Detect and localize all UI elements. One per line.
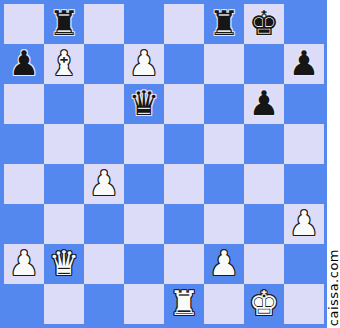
white-king[interactable]: ♚ bbox=[249, 284, 279, 323]
square-d5[interactable] bbox=[124, 124, 164, 164]
square-f2[interactable]: ♟ bbox=[204, 244, 244, 284]
square-a5[interactable] bbox=[4, 124, 44, 164]
square-f3[interactable] bbox=[204, 204, 244, 244]
square-e5[interactable] bbox=[164, 124, 204, 164]
black-king[interactable]: ♚ bbox=[249, 4, 279, 43]
chess-board: ♜♜♚♟♝♟♟♛♟♟♟♟♛♟♜♚ bbox=[4, 4, 324, 324]
side-strip: caissa.com bbox=[327, 0, 340, 328]
square-h8[interactable] bbox=[284, 4, 324, 44]
square-h4[interactable] bbox=[284, 164, 324, 204]
square-f7[interactable] bbox=[204, 44, 244, 84]
white-pawn[interactable]: ♟ bbox=[129, 44, 159, 83]
square-c4[interactable]: ♟ bbox=[84, 164, 124, 204]
square-h6[interactable] bbox=[284, 84, 324, 124]
square-h3[interactable]: ♟ bbox=[284, 204, 324, 244]
square-b3[interactable] bbox=[44, 204, 84, 244]
black-rook[interactable]: ♜ bbox=[209, 4, 239, 43]
square-e7[interactable] bbox=[164, 44, 204, 84]
white-rook[interactable]: ♜ bbox=[169, 284, 199, 323]
square-c2[interactable] bbox=[84, 244, 124, 284]
square-h2[interactable] bbox=[284, 244, 324, 284]
white-pawn[interactable]: ♟ bbox=[209, 244, 239, 283]
square-h7[interactable]: ♟ bbox=[284, 44, 324, 84]
square-a2[interactable]: ♟ bbox=[4, 244, 44, 284]
square-c6[interactable] bbox=[84, 84, 124, 124]
square-d1[interactable] bbox=[124, 284, 164, 324]
square-a1[interactable] bbox=[4, 284, 44, 324]
square-g1[interactable]: ♚ bbox=[244, 284, 284, 324]
square-a3[interactable] bbox=[4, 204, 44, 244]
square-b5[interactable] bbox=[44, 124, 84, 164]
square-g6[interactable]: ♟ bbox=[244, 84, 284, 124]
square-d3[interactable] bbox=[124, 204, 164, 244]
square-f8[interactable]: ♜ bbox=[204, 4, 244, 44]
black-pawn[interactable]: ♟ bbox=[289, 44, 319, 83]
square-c8[interactable] bbox=[84, 4, 124, 44]
square-e2[interactable] bbox=[164, 244, 204, 284]
square-c3[interactable] bbox=[84, 204, 124, 244]
square-a7[interactable]: ♟ bbox=[4, 44, 44, 84]
black-rook[interactable]: ♜ bbox=[49, 4, 79, 43]
square-g5[interactable] bbox=[244, 124, 284, 164]
square-f5[interactable] bbox=[204, 124, 244, 164]
square-f6[interactable] bbox=[204, 84, 244, 124]
square-e4[interactable] bbox=[164, 164, 204, 204]
white-queen[interactable]: ♛ bbox=[49, 244, 79, 283]
chess-diagram: ♜♜♚♟♝♟♟♛♟♟♟♟♛♟♜♚ caissa.com bbox=[0, 0, 340, 328]
square-h5[interactable] bbox=[284, 124, 324, 164]
square-b7[interactable]: ♝ bbox=[44, 44, 84, 84]
caissa-watermark: caissa.com bbox=[326, 249, 340, 328]
square-g4[interactable] bbox=[244, 164, 284, 204]
square-g8[interactable]: ♚ bbox=[244, 4, 284, 44]
square-f4[interactable] bbox=[204, 164, 244, 204]
square-d6[interactable]: ♛ bbox=[124, 84, 164, 124]
square-b6[interactable] bbox=[44, 84, 84, 124]
square-g2[interactable] bbox=[244, 244, 284, 284]
square-d8[interactable] bbox=[124, 4, 164, 44]
white-bishop[interactable]: ♝ bbox=[49, 44, 79, 83]
square-b4[interactable] bbox=[44, 164, 84, 204]
square-e6[interactable] bbox=[164, 84, 204, 124]
square-h1[interactable] bbox=[284, 284, 324, 324]
square-a6[interactable] bbox=[4, 84, 44, 124]
square-e8[interactable] bbox=[164, 4, 204, 44]
square-d2[interactable] bbox=[124, 244, 164, 284]
square-a4[interactable] bbox=[4, 164, 44, 204]
square-b8[interactable]: ♜ bbox=[44, 4, 84, 44]
square-d4[interactable] bbox=[124, 164, 164, 204]
black-pawn[interactable]: ♟ bbox=[249, 84, 279, 123]
square-b1[interactable] bbox=[44, 284, 84, 324]
white-pawn[interactable]: ♟ bbox=[9, 244, 39, 283]
black-queen[interactable]: ♛ bbox=[129, 84, 159, 123]
black-pawn[interactable]: ♟ bbox=[9, 44, 39, 83]
square-d7[interactable]: ♟ bbox=[124, 44, 164, 84]
board-border: ♜♜♚♟♝♟♟♛♟♟♟♟♛♟♜♚ bbox=[0, 0, 327, 328]
square-b2[interactable]: ♛ bbox=[44, 244, 84, 284]
white-pawn[interactable]: ♟ bbox=[289, 204, 319, 243]
square-f1[interactable] bbox=[204, 284, 244, 324]
square-e1[interactable]: ♜ bbox=[164, 284, 204, 324]
white-pawn[interactable]: ♟ bbox=[89, 164, 119, 203]
square-g7[interactable] bbox=[244, 44, 284, 84]
square-e3[interactable] bbox=[164, 204, 204, 244]
square-a8[interactable] bbox=[4, 4, 44, 44]
square-g3[interactable] bbox=[244, 204, 284, 244]
square-c1[interactable] bbox=[84, 284, 124, 324]
square-c7[interactable] bbox=[84, 44, 124, 84]
square-c5[interactable] bbox=[84, 124, 124, 164]
